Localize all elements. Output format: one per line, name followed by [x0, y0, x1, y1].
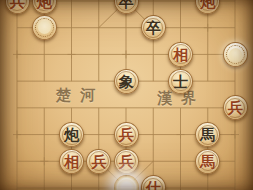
piece-character: 兵 [10, 0, 25, 9]
piece-red-horse[interactable]: 馬 [195, 149, 220, 174]
piece-character: 士 [173, 74, 188, 89]
piece-character: 兵 [119, 154, 134, 169]
piece-character: 兵 [91, 154, 106, 169]
piece-character: 兵 [228, 101, 243, 116]
piece-character: 卒 [119, 0, 134, 9]
piece-character: 馬 [200, 128, 215, 143]
piece-character: 相 [64, 154, 79, 169]
river-label-left: 楚河 [56, 86, 104, 105]
piece-red-soldier[interactable]: 兵 [86, 149, 111, 174]
piece-character: 卒 [146, 21, 161, 36]
piece-facedown[interactable] [32, 15, 57, 40]
piece-character: 兵 [119, 128, 134, 143]
piece-black-advisor[interactable]: 士 [168, 69, 193, 94]
xiangqi-board: 楚河 漢界 兵炮卒炮卒相象士兵炮兵馬相兵兵馬仕 [0, 0, 253, 190]
piece-black-soldier[interactable]: 卒 [141, 15, 166, 40]
piece-character: 炮 [64, 128, 79, 143]
piece-red-soldier[interactable]: 兵 [114, 122, 139, 147]
piece-red-advisor[interactable]: 仕 [141, 175, 166, 190]
piece-character: 馬 [200, 154, 215, 169]
piece-red-soldier[interactable]: 兵 [223, 95, 248, 120]
piece-facedown[interactable] [223, 42, 248, 67]
piece-red-elephant[interactable]: 相 [59, 149, 84, 174]
piece-red-soldier[interactable]: 兵 [114, 149, 139, 174]
piece-character: 炮 [37, 0, 52, 9]
piece-character: 相 [173, 47, 188, 62]
piece-black-cannon[interactable]: 炮 [59, 122, 84, 147]
piece-black-elephant[interactable]: 象 [114, 69, 139, 94]
piece-character: 炮 [200, 0, 215, 9]
piece-red-elephant[interactable]: 相 [168, 42, 193, 67]
piece-character: 象 [119, 74, 134, 89]
piece-glow-highlight[interactable] [114, 175, 139, 190]
piece-character: 仕 [146, 181, 161, 190]
